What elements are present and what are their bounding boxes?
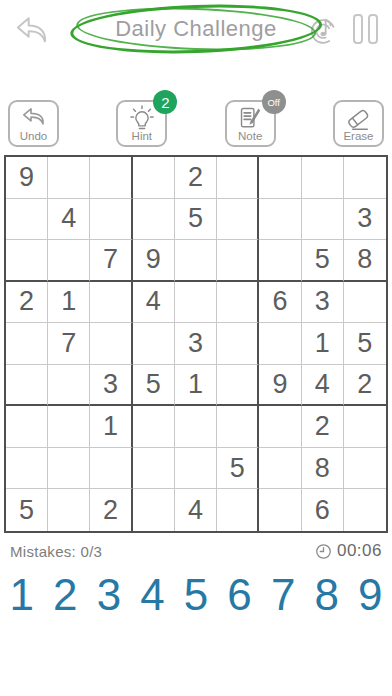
cell-value: 2 — [19, 286, 34, 317]
sudoku-cell-r1c5[interactable]: 2 — [175, 157, 217, 199]
cell-value: 2 — [103, 495, 118, 526]
sudoku-cell-r7c8[interactable]: 2 — [302, 406, 344, 448]
cell-value: 6 — [272, 286, 287, 317]
sudoku-cell-r7c2[interactable] — [48, 406, 90, 448]
sudoku-cell-r6c4[interactable]: 5 — [133, 365, 175, 407]
sudoku-cell-r5c3[interactable] — [90, 323, 132, 365]
cell-value: 1 — [103, 411, 118, 442]
cell-value: 5 — [357, 328, 372, 359]
header-right-icons — [303, 12, 380, 46]
pause-button[interactable] — [351, 12, 380, 46]
sudoku-cell-r1c9[interactable] — [344, 157, 386, 199]
sudoku-cell-r6c3[interactable]: 3 — [90, 365, 132, 407]
numpad-digit-6[interactable]: 6 — [218, 573, 262, 617]
clock-icon — [315, 543, 332, 560]
sudoku-cell-r5c8[interactable]: 1 — [302, 323, 344, 365]
sudoku-cell-r9c4[interactable] — [133, 489, 175, 531]
mistakes-counter: Mistakes: 0/3 — [10, 543, 102, 560]
cell-value: 1 — [315, 328, 330, 359]
sudoku-cell-r2c4[interactable] — [133, 199, 175, 241]
sudoku-cell-r4c1[interactable]: 2 — [6, 282, 48, 324]
sudoku-cell-r2c8[interactable] — [302, 199, 344, 241]
sudoku-cell-r3c3[interactable]: 7 — [90, 240, 132, 282]
cell-value: 4 — [61, 203, 76, 234]
sudoku-cell-r9c2[interactable] — [48, 489, 90, 531]
erase-label: Erase — [343, 130, 373, 143]
cell-value: 5 — [230, 453, 245, 484]
cell-value: 5 — [315, 244, 330, 275]
sudoku-cell-r2c9[interactable]: 3 — [344, 199, 386, 241]
eraser-icon — [335, 104, 382, 132]
sudoku-cell-r6c2[interactable] — [48, 365, 90, 407]
note-button[interactable]: Note Off — [225, 100, 276, 147]
sudoku-cell-r9c8[interactable]: 6 — [302, 489, 344, 531]
cell-value: 4 — [188, 495, 203, 526]
note-label: Note — [238, 130, 262, 143]
cell-value: 8 — [357, 244, 372, 275]
numpad-digit-9[interactable]: 9 — [349, 573, 392, 617]
sudoku-cell-r7c9[interactable] — [344, 406, 386, 448]
undo-label: Undo — [20, 130, 48, 143]
cell-value: 5 — [146, 369, 161, 400]
sudoku-board: 92453795821463731535194212585246 — [4, 155, 388, 533]
sudoku-cell-r4c2[interactable]: 1 — [48, 282, 90, 324]
sudoku-cell-r1c7[interactable] — [259, 157, 301, 199]
sudoku-cell-r1c2[interactable] — [48, 157, 90, 199]
sudoku-cell-r3c5[interactable] — [175, 240, 217, 282]
sudoku-cell-r1c3[interactable] — [90, 157, 132, 199]
sudoku-cell-r5c1[interactable] — [6, 323, 48, 365]
sudoku-cell-r4c8[interactable]: 3 — [302, 282, 344, 324]
sudoku-cell-r2c1[interactable] — [6, 199, 48, 241]
cell-value: 9 — [146, 244, 161, 275]
cell-value: 4 — [315, 369, 330, 400]
sudoku-cell-r5c7[interactable] — [259, 323, 301, 365]
back-arrow-icon — [12, 12, 50, 46]
sudoku-cell-r1c8[interactable] — [302, 157, 344, 199]
erase-button[interactable]: Erase — [333, 100, 384, 147]
sudoku-cell-r6c8[interactable]: 4 — [302, 365, 344, 407]
numpad-digit-7[interactable]: 7 — [261, 573, 305, 617]
cell-value: 9 — [272, 369, 287, 400]
sudoku-cell-r1c4[interactable] — [133, 157, 175, 199]
cell-value: 3 — [188, 328, 203, 359]
sudoku-cell-r9c6[interactable] — [217, 489, 259, 531]
sudoku-cell-r8c9[interactable] — [344, 448, 386, 490]
sudoku-cell-r7c6[interactable] — [217, 406, 259, 448]
sudoku-cell-r3c8[interactable]: 5 — [302, 240, 344, 282]
sudoku-cell-r8c6[interactable]: 5 — [217, 448, 259, 490]
pause-bar-icon — [368, 14, 378, 44]
hint-button[interactable]: Hint 2 — [116, 100, 167, 147]
numpad-digit-4[interactable]: 4 — [131, 573, 175, 617]
undo-arrow-icon — [10, 104, 57, 128]
hint-label: Hint — [132, 130, 152, 143]
timer-area: 00:06 — [315, 541, 382, 561]
cell-value: 3 — [357, 203, 372, 234]
sudoku-cell-r6c5[interactable]: 1 — [175, 365, 217, 407]
sudoku-cell-r7c4[interactable] — [133, 406, 175, 448]
sudoku-cell-r2c7[interactable] — [259, 199, 301, 241]
sudoku-cell-r7c5[interactable] — [175, 406, 217, 448]
sudoku-cell-r5c9[interactable]: 5 — [344, 323, 386, 365]
page-title: Daily Challenge — [115, 16, 277, 42]
cell-value: 7 — [61, 328, 76, 359]
sudoku-cell-r3c4[interactable]: 9 — [133, 240, 175, 282]
numpad-digit-5[interactable]: 5 — [174, 573, 218, 617]
sudoku-cell-r8c7[interactable] — [259, 448, 301, 490]
undo-button[interactable]: Undo — [8, 100, 59, 147]
sudoku-cell-r4c3[interactable] — [90, 282, 132, 324]
numpad-digit-1[interactable]: 1 — [0, 573, 44, 617]
sudoku-cell-r8c2[interactable] — [48, 448, 90, 490]
cell-value: 3 — [315, 286, 330, 317]
sudoku-cell-r5c6[interactable] — [217, 323, 259, 365]
cell-value: 2 — [357, 369, 372, 400]
note-off-badge: Off — [262, 90, 286, 114]
cell-value: 2 — [315, 411, 330, 442]
sudoku-cell-r1c1[interactable]: 9 — [6, 157, 48, 199]
sudoku-cell-r7c7[interactable] — [259, 406, 301, 448]
sudoku-cell-r3c7[interactable] — [259, 240, 301, 282]
sudoku-cell-r3c6[interactable] — [217, 240, 259, 282]
sudoku-cell-r4c6[interactable] — [217, 282, 259, 324]
title-area: Daily Challenge — [115, 16, 277, 42]
cell-value: 3 — [103, 369, 118, 400]
sudoku-cell-r5c4[interactable] — [133, 323, 175, 365]
cell-value: 4 — [146, 286, 161, 317]
sudoku-cell-r8c3[interactable] — [90, 448, 132, 490]
sudoku-cell-r5c5[interactable]: 3 — [175, 323, 217, 365]
cell-value: 9 — [19, 162, 34, 193]
toolbar: Undo Hint 2 Note Off — [0, 100, 392, 148]
music-icon[interactable] — [303, 12, 337, 46]
sudoku-cell-r8c4[interactable] — [133, 448, 175, 490]
sudoku-cell-r1c6[interactable] — [217, 157, 259, 199]
sudoku-cell-r6c6[interactable] — [217, 365, 259, 407]
cell-value: 6 — [315, 495, 330, 526]
timer-value: 00:06 — [337, 541, 382, 561]
cell-value: 8 — [315, 453, 330, 484]
hint-count-badge: 2 — [153, 90, 177, 114]
cell-value: 1 — [188, 369, 203, 400]
sudoku-cell-r9c9[interactable] — [344, 489, 386, 531]
sudoku-cell-r6c7[interactable]: 9 — [259, 365, 301, 407]
sudoku-cell-r7c1[interactable] — [6, 406, 48, 448]
sudoku-cell-r3c2[interactable] — [48, 240, 90, 282]
sudoku-cell-r6c9[interactable]: 2 — [344, 365, 386, 407]
pause-bar-icon — [353, 14, 363, 44]
cell-value: 2 — [188, 162, 203, 193]
cell-value: 5 — [19, 495, 34, 526]
cell-value: 1 — [61, 286, 76, 317]
sudoku-cell-r5c2[interactable]: 7 — [48, 323, 90, 365]
sudoku-cell-r7c3[interactable]: 1 — [90, 406, 132, 448]
sudoku-cell-r4c7[interactable]: 6 — [259, 282, 301, 324]
sudoku-cell-r9c7[interactable] — [259, 489, 301, 531]
numpad-digit-8[interactable]: 8 — [305, 573, 349, 617]
back-button[interactable] — [12, 9, 56, 49]
sudoku-cell-r8c8[interactable]: 8 — [302, 448, 344, 490]
sudoku-cell-r8c5[interactable] — [175, 448, 217, 490]
sudoku-cell-r2c2[interactable]: 4 — [48, 199, 90, 241]
cell-value: 5 — [188, 203, 203, 234]
sudoku-cell-r6c1[interactable] — [6, 365, 48, 407]
number-pad: 123456789 — [0, 573, 392, 617]
sudoku-cell-r4c5[interactable] — [175, 282, 217, 324]
sudoku-cell-r3c1[interactable] — [6, 240, 48, 282]
sudoku-cell-r2c6[interactable] — [217, 199, 259, 241]
sudoku-cell-r8c1[interactable] — [6, 448, 48, 490]
sudoku-cell-r2c3[interactable] — [90, 199, 132, 241]
numpad-digit-2[interactable]: 2 — [44, 573, 88, 617]
sudoku-cell-r4c4[interactable]: 4 — [133, 282, 175, 324]
header-bar: Daily Challenge — [0, 0, 392, 58]
cell-value: 7 — [103, 244, 118, 275]
numpad-digit-3[interactable]: 3 — [87, 573, 131, 617]
status-row: Mistakes: 0/3 00:06 — [0, 541, 392, 561]
sudoku-cell-r4c9[interactable] — [344, 282, 386, 324]
sudoku-cell-r3c9[interactable]: 8 — [344, 240, 386, 282]
sudoku-cell-r9c3[interactable]: 2 — [90, 489, 132, 531]
sudoku-cell-r2c5[interactable]: 5 — [175, 199, 217, 241]
sudoku-cell-r9c5[interactable]: 4 — [175, 489, 217, 531]
sudoku-cell-r9c1[interactable]: 5 — [6, 489, 48, 531]
